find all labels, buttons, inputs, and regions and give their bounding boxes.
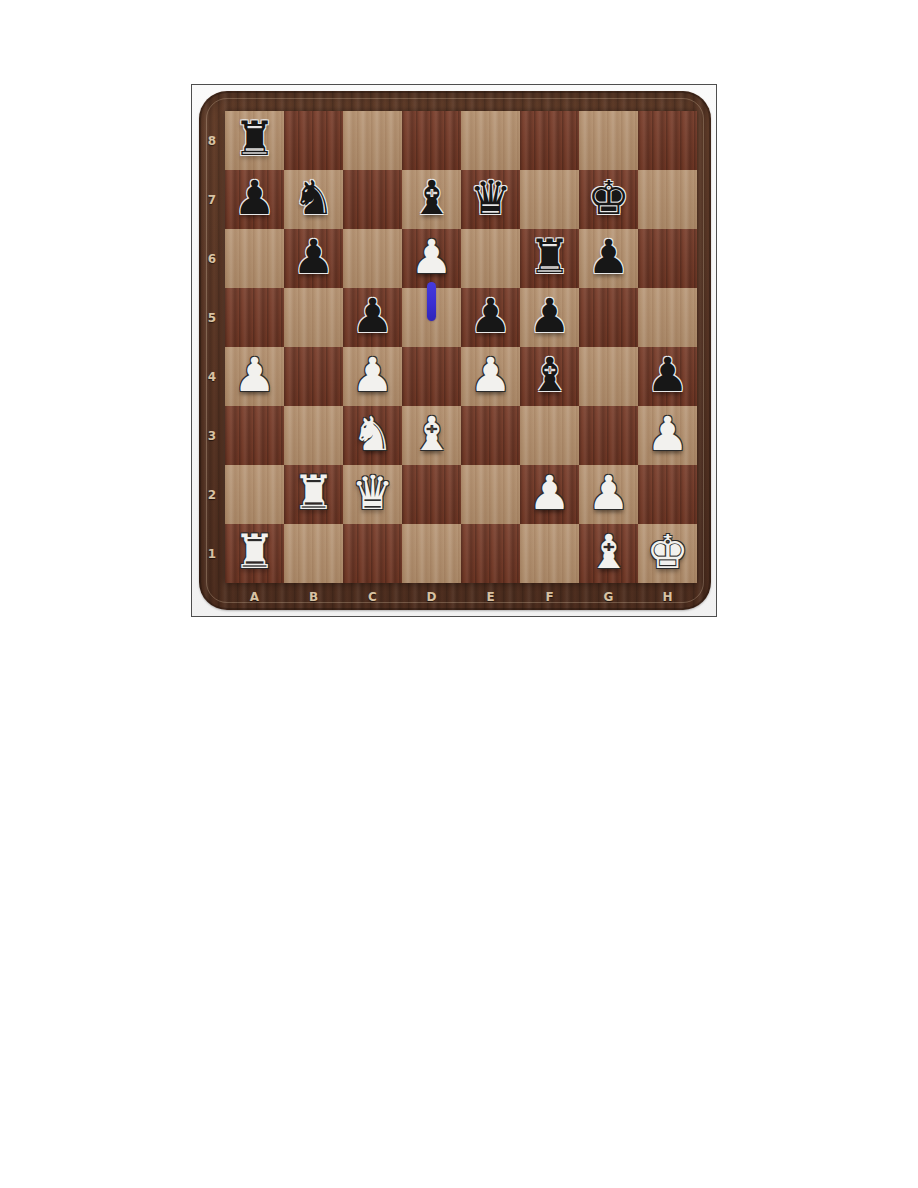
black-pawn-f5[interactable]: ♟ [520,288,579,347]
square-a6[interactable] [225,229,284,288]
square-c1[interactable] [343,524,402,583]
black-knight-b7[interactable]: ♞ [284,170,343,229]
black-pawn-h4[interactable]: ♟ [638,347,697,406]
black-bishop-d7[interactable]: ♝ [402,170,461,229]
file-label-a: A [225,590,284,604]
chess-board-figure: 87654321 ♜♟♞♝♛♚♟♟♜♟♟♟♟♟♟♟♝♟♞♝♟♜♛♟♟♜♝♚ AB… [191,84,717,617]
square-g7[interactable]: ♚ [579,170,638,229]
square-h3[interactable]: ♟ [638,406,697,465]
square-h2[interactable] [638,465,697,524]
square-d3[interactable]: ♝ [402,406,461,465]
black-rook-f6[interactable]: ♜ [520,229,579,288]
square-g6[interactable]: ♟ [579,229,638,288]
rank-label-1: 1 [199,524,225,583]
square-g3[interactable] [579,406,638,465]
square-b1[interactable] [284,524,343,583]
rank-label-2: 2 [199,465,225,524]
white-pawn-d6[interactable]: ♟ [402,229,461,288]
square-e8[interactable] [461,111,520,170]
white-pawn-h3[interactable]: ♟ [638,406,697,465]
square-e4[interactable]: ♟ [461,347,520,406]
rank-labels: 87654321 [199,111,225,583]
square-a3[interactable] [225,406,284,465]
square-f2[interactable]: ♟ [520,465,579,524]
black-pawn-g6[interactable]: ♟ [579,229,638,288]
white-pawn-a4[interactable]: ♟ [225,347,284,406]
black-pawn-b6[interactable]: ♟ [284,229,343,288]
white-bishop-g1[interactable]: ♝ [579,524,638,583]
white-bishop-d3[interactable]: ♝ [402,406,461,465]
white-pawn-c4[interactable]: ♟ [343,347,402,406]
square-g2[interactable]: ♟ [579,465,638,524]
white-rook-a1[interactable]: ♜ [225,524,284,583]
square-b7[interactable]: ♞ [284,170,343,229]
square-c6[interactable] [343,229,402,288]
square-h4[interactable]: ♟ [638,347,697,406]
white-queen-c2[interactable]: ♛ [343,465,402,524]
square-e5[interactable]: ♟ [461,288,520,347]
square-d4[interactable] [402,347,461,406]
square-a2[interactable] [225,465,284,524]
rank-label-6: 6 [199,229,225,288]
square-a8[interactable]: ♜ [225,111,284,170]
square-a7[interactable]: ♟ [225,170,284,229]
chess-board-frame: 87654321 ♜♟♞♝♛♚♟♟♜♟♟♟♟♟♟♟♝♟♞♝♟♜♛♟♟♜♝♚ AB… [199,91,711,610]
square-e2[interactable] [461,465,520,524]
square-f4[interactable]: ♝ [520,347,579,406]
square-g1[interactable]: ♝ [579,524,638,583]
square-h6[interactable] [638,229,697,288]
square-f3[interactable] [520,406,579,465]
square-d2[interactable] [402,465,461,524]
rank-label-5: 5 [199,288,225,347]
square-c2[interactable]: ♛ [343,465,402,524]
square-b5[interactable] [284,288,343,347]
square-h7[interactable] [638,170,697,229]
square-d8[interactable] [402,111,461,170]
square-g4[interactable] [579,347,638,406]
black-pawn-c5[interactable]: ♟ [343,288,402,347]
square-e3[interactable] [461,406,520,465]
square-h1[interactable]: ♚ [638,524,697,583]
file-label-c: C [343,590,402,604]
file-label-d: D [402,590,461,604]
white-rook-b2[interactable]: ♜ [284,465,343,524]
file-label-f: F [520,590,579,604]
square-f7[interactable] [520,170,579,229]
square-c7[interactable] [343,170,402,229]
square-d1[interactable] [402,524,461,583]
square-c5[interactable]: ♟ [343,288,402,347]
square-a5[interactable] [225,288,284,347]
file-label-e: E [461,590,520,604]
square-e7[interactable]: ♛ [461,170,520,229]
square-b6[interactable]: ♟ [284,229,343,288]
square-b2[interactable]: ♜ [284,465,343,524]
square-h8[interactable] [638,111,697,170]
square-b3[interactable] [284,406,343,465]
square-c8[interactable] [343,111,402,170]
square-c3[interactable]: ♞ [343,406,402,465]
file-label-b: B [284,590,343,604]
white-pawn-f2[interactable]: ♟ [520,465,579,524]
square-f5[interactable]: ♟ [520,288,579,347]
rank-label-8: 8 [199,111,225,170]
rank-label-3: 3 [199,406,225,465]
square-a1[interactable]: ♜ [225,524,284,583]
square-g8[interactable] [579,111,638,170]
black-king-g7[interactable]: ♚ [579,170,638,229]
rank-label-4: 4 [199,347,225,406]
square-f6[interactable]: ♜ [520,229,579,288]
white-king-h1[interactable]: ♚ [638,524,697,583]
white-pawn-e4[interactable]: ♟ [461,347,520,406]
rank-label-7: 7 [199,170,225,229]
white-pawn-g2[interactable]: ♟ [579,465,638,524]
black-bishop-f4[interactable]: ♝ [520,347,579,406]
square-f1[interactable] [520,524,579,583]
file-labels: ABCDEFGH [225,583,697,610]
black-queen-e7[interactable]: ♛ [461,170,520,229]
square-e1[interactable] [461,524,520,583]
square-f8[interactable] [520,111,579,170]
file-label-g: G [579,590,638,604]
square-c4[interactable]: ♟ [343,347,402,406]
square-d7[interactable]: ♝ [402,170,461,229]
square-b8[interactable] [284,111,343,170]
square-a4[interactable]: ♟ [225,347,284,406]
square-h5[interactable] [638,288,697,347]
file-label-h: H [638,590,697,604]
square-b4[interactable] [284,347,343,406]
square-g5[interactable] [579,288,638,347]
black-pawn-a7[interactable]: ♟ [225,170,284,229]
chess-board: ♜♟♞♝♛♚♟♟♜♟♟♟♟♟♟♟♝♟♞♝♟♜♛♟♟♜♝♚ [225,111,697,583]
black-rook-a8[interactable]: ♜ [225,111,284,170]
square-d6[interactable]: ♟ [402,229,461,288]
white-knight-c3[interactable]: ♞ [343,406,402,465]
black-pawn-e5[interactable]: ♟ [461,288,520,347]
square-e6[interactable] [461,229,520,288]
